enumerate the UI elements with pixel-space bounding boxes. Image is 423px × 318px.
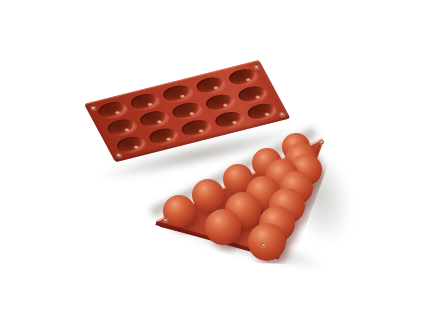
corner-hole — [319, 140, 324, 144]
back-mold — [84, 60, 290, 162]
mold-cavity — [212, 109, 247, 130]
mold-cavity — [95, 99, 130, 120]
front-mold-sheet — [0, 0, 423, 318]
mold-cavity — [193, 75, 228, 96]
mold-cavity — [244, 101, 279, 122]
corner-hole — [163, 218, 168, 222]
product-photo-scene — [0, 0, 423, 318]
corner-hole — [261, 243, 266, 247]
mold-cavity — [137, 108, 172, 129]
back-mold-grid — [84, 60, 290, 162]
mold-cavity — [179, 117, 214, 138]
mold-cavity — [202, 92, 237, 113]
front-mold — [0, 0, 423, 318]
mold-cavity — [114, 134, 149, 155]
mold-cavity — [235, 84, 270, 105]
mold-dome — [205, 209, 241, 245]
mold-cavity — [128, 91, 163, 112]
mold-dome — [248, 223, 286, 261]
mold-dome — [192, 179, 224, 211]
mold-cavity — [226, 66, 261, 87]
mold-cavity — [146, 126, 181, 147]
mold-dome — [163, 195, 195, 227]
mold-cavity — [160, 83, 195, 104]
mold-cavity — [170, 100, 205, 121]
mold-cavity — [104, 116, 139, 137]
